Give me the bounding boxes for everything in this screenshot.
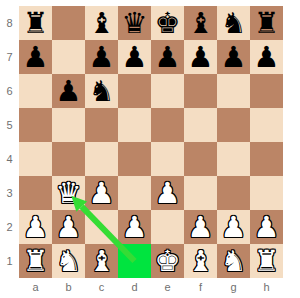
rank-label-2: 2: [0, 210, 19, 244]
file-label-c: c: [85, 278, 118, 298]
square-h2[interactable]: ♟: [250, 210, 283, 244]
square-e4[interactable]: [151, 142, 184, 176]
file-label-f: f: [184, 278, 217, 298]
square-g4[interactable]: [217, 142, 250, 176]
square-b5[interactable]: [52, 108, 85, 142]
file-label-g: g: [217, 278, 250, 298]
black-bishop[interactable]: ♝: [188, 9, 214, 38]
white-pawn[interactable]: ♟: [23, 213, 49, 242]
white-rook[interactable]: ♜: [23, 247, 49, 276]
square-b3[interactable]: ♛: [52, 176, 85, 210]
file-labels: abcdefgh: [19, 278, 283, 298]
square-a1[interactable]: ♜: [19, 244, 52, 278]
square-h5[interactable]: [250, 108, 283, 142]
white-pawn[interactable]: ♟: [254, 213, 280, 242]
white-pawn[interactable]: ♟: [221, 213, 247, 242]
rank-label-4: 4: [0, 142, 19, 176]
square-d1[interactable]: [118, 244, 151, 278]
square-e2[interactable]: [151, 210, 184, 244]
white-pawn[interactable]: ♟: [188, 213, 214, 242]
square-b2[interactable]: ♟: [52, 210, 85, 244]
black-rook[interactable]: ♜: [254, 9, 280, 38]
square-d7[interactable]: ♟: [118, 40, 151, 74]
square-a7[interactable]: ♟: [19, 40, 52, 74]
square-e6[interactable]: [151, 74, 184, 108]
square-c1[interactable]: ♝: [85, 244, 118, 278]
square-e5[interactable]: [151, 108, 184, 142]
white-pawn[interactable]: ♟: [56, 213, 82, 242]
square-d6[interactable]: [118, 74, 151, 108]
square-c7[interactable]: ♟: [85, 40, 118, 74]
square-a8[interactable]: ♜: [19, 6, 52, 40]
black-pawn[interactable]: ♟: [122, 43, 148, 72]
square-h8[interactable]: ♜: [250, 6, 283, 40]
square-g2[interactable]: ♟: [217, 210, 250, 244]
square-f2[interactable]: ♟: [184, 210, 217, 244]
square-b7[interactable]: [52, 40, 85, 74]
rank-label-1: 1: [0, 244, 19, 278]
black-pawn[interactable]: ♟: [188, 43, 214, 72]
square-c5[interactable]: [85, 108, 118, 142]
white-bishop[interactable]: ♝: [188, 247, 214, 276]
square-a6[interactable]: [19, 74, 52, 108]
white-pawn[interactable]: ♟: [122, 213, 148, 242]
black-rook[interactable]: ♜: [23, 9, 49, 38]
white-rook[interactable]: ♜: [254, 247, 280, 276]
white-knight[interactable]: ♞: [56, 247, 82, 276]
black-pawn[interactable]: ♟: [254, 43, 280, 72]
file-label-e: e: [151, 278, 184, 298]
square-e8[interactable]: ♚: [151, 6, 184, 40]
square-f6[interactable]: [184, 74, 217, 108]
square-b8[interactable]: [52, 6, 85, 40]
square-a2[interactable]: ♟: [19, 210, 52, 244]
square-a3[interactable]: [19, 176, 52, 210]
black-king[interactable]: ♚: [155, 9, 181, 38]
square-g8[interactable]: ♞: [217, 6, 250, 40]
black-pawn[interactable]: ♟: [56, 77, 82, 106]
white-pawn[interactable]: ♟: [155, 179, 181, 208]
square-h3[interactable]: [250, 176, 283, 210]
square-d3[interactable]: [118, 176, 151, 210]
rank-label-6: 6: [0, 74, 19, 108]
square-h1[interactable]: ♜: [250, 244, 283, 278]
square-d8[interactable]: ♛: [118, 6, 151, 40]
square-g5[interactable]: [217, 108, 250, 142]
square-c6[interactable]: ♞: [85, 74, 118, 108]
square-h7[interactable]: ♟: [250, 40, 283, 74]
file-label-a: a: [19, 278, 52, 298]
white-pawn[interactable]: ♟: [89, 179, 115, 208]
square-b1[interactable]: ♞: [52, 244, 85, 278]
rank-label-3: 3: [0, 176, 19, 210]
black-bishop[interactable]: ♝: [89, 9, 115, 38]
square-g1[interactable]: ♞: [217, 244, 250, 278]
black-pawn[interactable]: ♟: [155, 43, 181, 72]
square-c8[interactable]: ♝: [85, 6, 118, 40]
square-e7[interactable]: ♟: [151, 40, 184, 74]
file-label-h: h: [250, 278, 283, 298]
file-label-d: d: [118, 278, 151, 298]
square-f7[interactable]: ♟: [184, 40, 217, 74]
rank-labels: 87654321: [0, 6, 19, 278]
black-knight[interactable]: ♞: [89, 77, 115, 106]
square-a4[interactable]: [19, 142, 52, 176]
black-pawn[interactable]: ♟: [221, 43, 247, 72]
square-c3[interactable]: ♟: [85, 176, 118, 210]
black-pawn[interactable]: ♟: [89, 43, 115, 72]
black-pawn[interactable]: ♟: [23, 43, 49, 72]
square-c2[interactable]: [85, 210, 118, 244]
rank-label-7: 7: [0, 40, 19, 74]
square-f5[interactable]: [184, 108, 217, 142]
square-g7[interactable]: ♟: [217, 40, 250, 74]
square-h4[interactable]: [250, 142, 283, 176]
chess-board: ♜♝♛♚♝♞♜♟♟♟♟♟♟♟♟♞♛♟♟♟♟♟♟♟♟♜♞♝♚♝♞♜: [19, 6, 283, 278]
square-f3[interactable]: [184, 176, 217, 210]
white-bishop[interactable]: ♝: [89, 247, 115, 276]
square-d2[interactable]: ♟: [118, 210, 151, 244]
square-d5[interactable]: [118, 108, 151, 142]
square-e1[interactable]: ♚: [151, 244, 184, 278]
square-b6[interactable]: ♟: [52, 74, 85, 108]
square-h6[interactable]: [250, 74, 283, 108]
rank-label-8: 8: [0, 6, 19, 40]
white-knight[interactable]: ♞: [221, 247, 247, 276]
square-f1[interactable]: ♝: [184, 244, 217, 278]
white-king[interactable]: ♚: [155, 247, 181, 276]
square-a5[interactable]: [19, 108, 52, 142]
square-f4[interactable]: [184, 142, 217, 176]
rank-label-5: 5: [0, 108, 19, 142]
file-label-b: b: [52, 278, 85, 298]
square-g6[interactable]: [217, 74, 250, 108]
black-knight[interactable]: ♞: [221, 9, 247, 38]
square-g3[interactable]: [217, 176, 250, 210]
square-e3[interactable]: ♟: [151, 176, 184, 210]
square-c4[interactable]: [85, 142, 118, 176]
chess-board-container: 87654321 ♜♝♛♚♝♞♜♟♟♟♟♟♟♟♟♞♛♟♟♟♟♟♟♟♟♜♞♝♚♝♞…: [0, 0, 300, 298]
white-queen[interactable]: ♛: [56, 179, 82, 208]
square-f8[interactable]: ♝: [184, 6, 217, 40]
black-queen[interactable]: ♛: [122, 9, 148, 38]
square-b4[interactable]: [52, 142, 85, 176]
square-d4[interactable]: [118, 142, 151, 176]
